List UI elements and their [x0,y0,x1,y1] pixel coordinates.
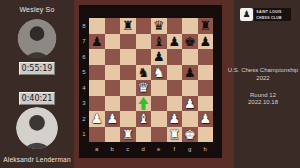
square-c1[interactable]: ♜ [120,127,136,143]
square-d3[interactable] [136,96,152,112]
player-top-avatar [18,19,57,58]
square-h7[interactable]: ♟ [198,34,214,50]
black-bishop[interactable]: ♝ [153,35,165,48]
logo-line-1: SAINT LOUIS [254,10,275,13]
square-f6[interactable] [167,49,183,65]
rank-labels: 87654321 [79,18,89,142]
white-king[interactable]: ♚ [184,128,196,141]
square-b7[interactable] [105,34,121,50]
board-border: 87654321 ♜♛♜♟♝♟♚♟♟♞♞♟♛♟♟♟♝♟♟♜♜♚ abcdefgh [74,0,234,168]
white-knight[interactable]: ♞ [153,66,165,79]
square-a7[interactable]: ♟ [89,34,105,50]
square-e8[interactable]: ♛ [151,18,167,34]
event-panel: ♟ SAINT LOUIS CHESS CLUB U.S. Chess Cham… [226,0,300,168]
square-e3[interactable] [151,96,167,112]
square-e2[interactable] [151,111,167,127]
square-f4[interactable] [167,80,183,96]
black-pawn[interactable]: ♟ [184,66,196,79]
square-a3[interactable] [89,96,105,112]
square-d5[interactable]: ♞ [136,65,152,81]
board-grid[interactable]: ♜♛♜♟♝♟♚♟♟♞♞♟♛♟♟♟♝♟♟♜♜♚ [89,18,213,142]
event-title-block: U.S. Chess Championship 2022 [226,66,300,82]
file-label-h: h [198,142,214,156]
event-year: 2022 [226,74,300,82]
square-e6[interactable]: ♟ [151,49,167,65]
square-e5[interactable]: ♞ [151,65,167,81]
event-title: U.S. Chess Championship [226,66,300,74]
square-b6[interactable] [105,49,121,65]
square-h8[interactable]: ♜ [198,18,214,34]
square-f5[interactable] [167,65,183,81]
file-label-b: b [105,142,121,156]
square-f8[interactable] [167,18,183,34]
logo-line-2: CHESS CLUB [254,16,275,19]
player-bottom-name: Aleksandr Lenderman [0,156,74,163]
square-b2[interactable]: ♟ [105,111,121,127]
black-rook[interactable]: ♜ [122,19,134,32]
file-label-a: a [89,142,105,156]
square-b8[interactable] [105,18,121,34]
square-c4[interactable] [120,80,136,96]
square-f7[interactable]: ♟ [167,34,183,50]
player-top-clock: 0:55:19 [19,62,55,75]
black-pawn[interactable]: ♟ [91,35,103,48]
last-move-arrow-icon [138,97,149,110]
square-c3[interactable] [120,96,136,112]
white-pawn[interactable]: ♟ [106,112,118,125]
square-c7[interactable] [120,34,136,50]
file-label-e: e [151,142,167,156]
black-rook[interactable]: ♜ [199,19,211,32]
square-d4[interactable]: ♛ [136,80,152,96]
white-rook[interactable]: ♜ [168,128,180,141]
square-h2[interactable]: ♟ [198,111,214,127]
white-bishop[interactable]: ♝ [137,112,149,125]
board-frame: 87654321 ♜♛♜♟♝♟♚♟♟♞♞♟♛♟♟♟♝♟♟♜♜♚ abcdefgh [79,5,222,158]
round-number: Round 12 [226,92,300,99]
square-h4[interactable] [198,80,214,96]
square-a6[interactable] [89,49,105,65]
square-g2[interactable] [182,111,198,127]
square-g1[interactable]: ♚ [182,127,198,143]
black-pawn[interactable]: ♟ [199,35,211,48]
black-pawn[interactable]: ♟ [153,50,165,63]
black-knight[interactable]: ♞ [137,66,149,79]
square-d1[interactable] [136,127,152,143]
person-silhouette-icon [18,19,57,58]
square-e7[interactable]: ♝ [151,34,167,50]
player-bottom-clock: 0:40:21 [19,92,55,105]
square-c2[interactable] [120,111,136,127]
rank-label-6: 6 [79,49,89,65]
rank-label-2: 2 [79,111,89,127]
square-a8[interactable] [89,18,105,34]
broadcast-logo: ♟ SAINT LOUIS CHESS CLUB [240,8,291,21]
white-pawn[interactable]: ♟ [168,112,180,125]
square-g8[interactable] [182,18,198,34]
file-label-f: f [167,142,183,156]
square-g7[interactable]: ♚ [182,34,198,50]
black-queen[interactable]: ♛ [153,19,165,32]
file-labels: abcdefgh [89,142,213,156]
square-d2[interactable]: ♝ [136,111,152,127]
rank-label-5: 5 [79,65,89,81]
black-pawn[interactable]: ♟ [168,35,180,48]
file-label-c: c [120,142,136,156]
square-g4[interactable] [182,80,198,96]
square-g3[interactable]: ♟ [182,96,198,112]
rank-label-4: 4 [79,80,89,96]
player-bottom-avatar [16,107,58,149]
white-pawn[interactable]: ♟ [91,112,103,125]
square-d7[interactable] [136,34,152,50]
file-label-d: d [136,142,152,156]
round-block: Round 12 2022.10.18 [226,92,300,106]
square-g5[interactable]: ♟ [182,65,198,81]
white-pawn[interactable]: ♟ [184,97,196,110]
square-b3[interactable] [105,96,121,112]
square-g6[interactable] [182,49,198,65]
square-h6[interactable] [198,49,214,65]
square-d8[interactable] [136,18,152,34]
square-a1[interactable] [89,127,105,143]
white-rook[interactable]: ♜ [122,128,134,141]
square-c6[interactable] [120,49,136,65]
square-b5[interactable] [105,65,121,81]
square-e1[interactable] [151,127,167,143]
square-a5[interactable] [89,65,105,81]
square-f3[interactable] [167,96,183,112]
square-b4[interactable] [105,80,121,96]
square-a2[interactable]: ♟ [89,111,105,127]
white-queen[interactable]: ♛ [137,81,149,94]
square-f2[interactable]: ♟ [167,111,183,127]
square-c8[interactable]: ♜ [120,18,136,34]
square-a4[interactable] [89,80,105,96]
rank-label-8: 8 [79,18,89,34]
square-h3[interactable] [198,96,214,112]
pawn-icon: ♟ [240,8,253,21]
person-silhouette-icon [16,107,58,149]
square-f1[interactable]: ♜ [167,127,183,143]
players-sidebar: Wesley So 0:55:19 0:40:21 Aleksandr Lend… [0,0,74,168]
black-king[interactable]: ♚ [184,35,196,48]
rank-label-7: 7 [79,34,89,50]
square-b1[interactable] [105,127,121,143]
square-e4[interactable] [151,80,167,96]
square-h1[interactable] [198,127,214,143]
chess-broadcast-screen: Wesley So 0:55:19 0:40:21 Aleksandr Lend… [0,0,300,168]
white-pawn[interactable]: ♟ [199,112,211,125]
rank-label-1: 1 [79,127,89,143]
square-h5[interactable] [198,65,214,81]
logo-text: SAINT LOUIS CHESS CLUB [254,8,291,21]
square-c5[interactable] [120,65,136,81]
player-top-name: Wesley So [0,6,74,13]
round-date: 2022.10.18 [226,99,300,106]
file-label-g: g [182,142,198,156]
rank-label-3: 3 [79,96,89,112]
square-d6[interactable] [136,49,152,65]
